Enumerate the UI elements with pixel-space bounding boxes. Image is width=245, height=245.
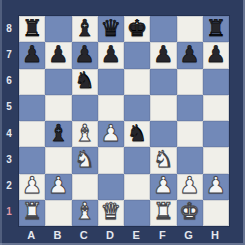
file-label-b: B (44, 225, 70, 245)
square-h6[interactable] (203, 69, 229, 95)
file-label-e: E (123, 225, 149, 245)
square-a4[interactable] (19, 121, 45, 147)
square-c3[interactable]: ♞ (72, 147, 98, 173)
square-g2[interactable]: ♟ (177, 174, 203, 200)
file-label-g: G (176, 225, 202, 245)
square-a5[interactable] (19, 95, 45, 121)
square-b1[interactable] (45, 200, 71, 226)
square-b8[interactable] (45, 16, 71, 42)
file-label-c: C (71, 225, 97, 245)
square-d2[interactable] (98, 174, 124, 200)
square-g5[interactable] (177, 95, 203, 121)
white-pawn: ♟ (206, 174, 227, 197)
square-g7[interactable]: ♟ (177, 42, 203, 68)
white-pawn: ♟ (179, 174, 200, 197)
square-d3[interactable] (98, 147, 124, 173)
square-g4[interactable] (177, 121, 203, 147)
rank-label-5: 5 (0, 94, 18, 120)
file-label-d: D (97, 225, 123, 245)
black-pawn: ♟ (48, 43, 69, 66)
board-frame: 87654321 ♜♝♛♚♜♟♟♟♟♟♟♟♞♝♝♟♞♞♞♟♟♟♟♟♜♝♛♜♚ A… (0, 0, 245, 245)
square-h5[interactable] (203, 95, 229, 121)
square-e5[interactable] (124, 95, 150, 121)
square-h3[interactable] (203, 147, 229, 173)
square-h4[interactable] (203, 121, 229, 147)
square-d6[interactable] (98, 69, 124, 95)
square-a3[interactable] (19, 147, 45, 173)
square-c1[interactable]: ♝ (72, 200, 98, 226)
square-b7[interactable]: ♟ (45, 42, 71, 68)
white-knight: ♞ (153, 148, 174, 171)
rank-label-3: 3 (0, 146, 18, 172)
rank-label-2: 2 (0, 173, 18, 199)
square-c7[interactable]: ♟ (72, 42, 98, 68)
square-e8[interactable]: ♚ (124, 16, 150, 42)
square-f8[interactable] (150, 16, 176, 42)
square-c4[interactable]: ♝ (72, 121, 98, 147)
square-c6[interactable]: ♞ (72, 69, 98, 95)
square-d8[interactable]: ♛ (98, 16, 124, 42)
white-rook: ♜ (153, 200, 174, 223)
white-bishop: ♝ (74, 122, 95, 145)
square-d5[interactable] (98, 95, 124, 121)
square-a7[interactable]: ♟ (19, 42, 45, 68)
white-king: ♚ (179, 200, 200, 223)
white-pawn: ♟ (22, 174, 43, 197)
black-bishop: ♝ (74, 17, 95, 40)
square-e6[interactable] (124, 69, 150, 95)
square-h1[interactable] (203, 200, 229, 226)
file-labels: ABCDEFGH (18, 225, 228, 245)
black-pawn: ♟ (153, 43, 174, 66)
file-label-f: F (149, 225, 175, 245)
square-e1[interactable] (124, 200, 150, 226)
black-rook: ♜ (22, 17, 43, 40)
square-f2[interactable]: ♟ (150, 174, 176, 200)
square-c5[interactable] (72, 95, 98, 121)
black-pawn: ♟ (22, 43, 43, 66)
black-queen: ♛ (101, 17, 122, 40)
white-pawn: ♟ (153, 174, 174, 197)
square-b3[interactable] (45, 147, 71, 173)
square-h2[interactable]: ♟ (203, 174, 229, 200)
square-b6[interactable] (45, 69, 71, 95)
file-label-a: A (18, 225, 44, 245)
square-b4[interactable]: ♝ (45, 121, 71, 147)
chess-board: ♜♝♛♚♜♟♟♟♟♟♟♟♞♝♝♟♞♞♞♟♟♟♟♟♜♝♛♜♚ (18, 15, 230, 227)
rank-label-7: 7 (0, 41, 18, 67)
square-e3[interactable] (124, 147, 150, 173)
rank-label-1: 1 (0, 199, 18, 225)
black-rook: ♜ (206, 17, 227, 40)
black-pawn: ♟ (74, 43, 95, 66)
square-f1[interactable]: ♜ (150, 200, 176, 226)
white-bishop: ♝ (74, 200, 95, 223)
square-a8[interactable]: ♜ (19, 16, 45, 42)
square-f7[interactable]: ♟ (150, 42, 176, 68)
black-knight: ♞ (127, 122, 148, 145)
square-c8[interactable]: ♝ (72, 16, 98, 42)
square-a2[interactable]: ♟ (19, 174, 45, 200)
square-f3[interactable]: ♞ (150, 147, 176, 173)
square-g1[interactable]: ♚ (177, 200, 203, 226)
square-c2[interactable] (72, 174, 98, 200)
square-e7[interactable] (124, 42, 150, 68)
black-bishop: ♝ (48, 122, 69, 145)
square-d4[interactable]: ♟ (98, 121, 124, 147)
square-a1[interactable]: ♜ (19, 200, 45, 226)
rank-label-6: 6 (0, 68, 18, 94)
square-b2[interactable]: ♟ (45, 174, 71, 200)
white-rook: ♜ (22, 200, 43, 223)
black-pawn: ♟ (206, 43, 227, 66)
square-h8[interactable]: ♜ (203, 16, 229, 42)
square-g6[interactable] (177, 69, 203, 95)
square-d1[interactable]: ♛ (98, 200, 124, 226)
square-f6[interactable] (150, 69, 176, 95)
white-queen: ♛ (101, 200, 122, 223)
square-d7[interactable]: ♟ (98, 42, 124, 68)
white-pawn: ♟ (101, 122, 122, 145)
square-a6[interactable] (19, 69, 45, 95)
rank-label-8: 8 (0, 15, 18, 41)
rank-labels: 87654321 (0, 15, 18, 225)
black-pawn: ♟ (101, 43, 122, 66)
square-b5[interactable] (45, 95, 71, 121)
rank-label-4: 4 (0, 120, 18, 146)
file-label-h: H (202, 225, 228, 245)
black-knight: ♞ (74, 69, 95, 92)
square-g8[interactable] (177, 16, 203, 42)
square-e4[interactable]: ♞ (124, 121, 150, 147)
white-pawn: ♟ (48, 174, 69, 197)
black-king: ♚ (127, 17, 148, 40)
square-f5[interactable] (150, 95, 176, 121)
square-e2[interactable] (124, 174, 150, 200)
square-f4[interactable] (150, 121, 176, 147)
white-knight: ♞ (74, 148, 95, 171)
black-pawn: ♟ (179, 43, 200, 66)
square-g3[interactable] (177, 147, 203, 173)
square-h7[interactable]: ♟ (203, 42, 229, 68)
